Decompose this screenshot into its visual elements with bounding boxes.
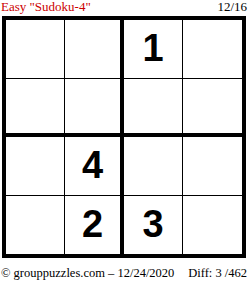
cell-r2c4[interactable]	[183, 79, 242, 138]
difficulty-text: Diff: 3 /462	[188, 266, 247, 280]
cell-r4c3[interactable]: 3	[124, 196, 183, 255]
cell-r1c3[interactable]: 1	[124, 20, 183, 79]
cell-r2c1[interactable]	[6, 79, 65, 138]
cell-r1c4[interactable]	[183, 20, 242, 79]
puzzle-page: Easy "Sudoku-4" 12/16 1 4 2 3 © grouppuz…	[0, 0, 248, 282]
cell-r1c2[interactable]	[65, 20, 124, 79]
cell-r4c2[interactable]: 2	[65, 196, 124, 255]
copyright-text: © grouppuzzles.com – 12/24/2020	[1, 266, 174, 280]
footer: © grouppuzzles.com – 12/24/2020 Diff: 3 …	[1, 265, 247, 280]
cell-r2c3[interactable]	[124, 79, 183, 138]
cell-r1c1[interactable]	[6, 20, 65, 79]
puzzle-title: Easy "Sudoku-4"	[1, 0, 91, 14]
cell-r3c1[interactable]	[6, 137, 65, 196]
sudoku-board: 1 4 2 3	[2, 16, 246, 258]
cell-r3c3[interactable]	[124, 137, 183, 196]
page-count: 12/16	[217, 0, 247, 14]
cell-r2c2[interactable]	[65, 79, 124, 138]
cell-r3c4[interactable]	[183, 137, 242, 196]
header: Easy "Sudoku-4" 12/16	[1, 0, 247, 15]
cell-r4c4[interactable]	[183, 196, 242, 255]
cell-r4c1[interactable]	[6, 196, 65, 255]
cell-r3c2[interactable]: 4	[65, 137, 124, 196]
